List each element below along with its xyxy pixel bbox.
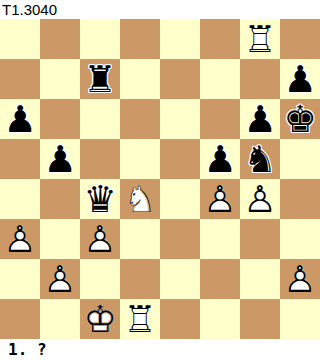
black-pawn-icon: ♟	[280, 59, 320, 99]
square-a6[interactable]: ♟	[0, 99, 40, 139]
diagram-title: T1.3040	[0, 0, 57, 19]
black-knight[interactable]: ♞	[240, 139, 280, 179]
square-d1[interactable]: ♜♖	[120, 299, 160, 339]
white-pawn-icon: ♙	[0, 219, 40, 259]
black-rook-icon: ♜	[80, 59, 120, 99]
square-h6[interactable]: ♚	[280, 99, 320, 139]
square-h7[interactable]: ♟	[280, 59, 320, 99]
white-rook[interactable]: ♜♖	[120, 299, 160, 339]
square-f2[interactable]	[200, 259, 240, 299]
square-d7[interactable]	[120, 59, 160, 99]
title-bar: T1.3040	[0, 0, 320, 19]
square-e8[interactable]	[160, 19, 200, 59]
white-pawn[interactable]: ♟♙	[200, 179, 240, 219]
square-g5[interactable]: ♞	[240, 139, 280, 179]
square-c4[interactable]: ♛	[80, 179, 120, 219]
white-pawn[interactable]: ♟♙	[0, 219, 40, 259]
square-f1[interactable]	[200, 299, 240, 339]
square-h3[interactable]	[280, 219, 320, 259]
square-e6[interactable]	[160, 99, 200, 139]
square-b5[interactable]: ♟	[40, 139, 80, 179]
square-a5[interactable]	[0, 139, 40, 179]
square-d3[interactable]	[120, 219, 160, 259]
square-b8[interactable]	[40, 19, 80, 59]
square-d6[interactable]	[120, 99, 160, 139]
black-queen[interactable]: ♛	[80, 179, 120, 219]
square-e3[interactable]	[160, 219, 200, 259]
square-g3[interactable]	[240, 219, 280, 259]
square-b4[interactable]	[40, 179, 80, 219]
square-e4[interactable]	[160, 179, 200, 219]
square-c5[interactable]	[80, 139, 120, 179]
square-h5[interactable]	[280, 139, 320, 179]
square-c1[interactable]: ♚♔	[80, 299, 120, 339]
black-pawn-icon: ♟	[0, 99, 40, 139]
square-g7[interactable]	[240, 59, 280, 99]
white-pawn-icon: ♙	[240, 179, 280, 219]
square-e2[interactable]	[160, 259, 200, 299]
white-pawn-icon: ♙	[280, 259, 320, 299]
square-d2[interactable]	[120, 259, 160, 299]
square-b1[interactable]	[40, 299, 80, 339]
white-rook[interactable]: ♜♖	[240, 19, 280, 59]
square-h1[interactable]	[280, 299, 320, 339]
square-a3[interactable]: ♟♙	[0, 219, 40, 259]
square-f3[interactable]	[200, 219, 240, 259]
square-a8[interactable]	[0, 19, 40, 59]
square-h2[interactable]: ♟♙	[280, 259, 320, 299]
square-c3[interactable]: ♟♙	[80, 219, 120, 259]
square-b3[interactable]	[40, 219, 80, 259]
white-knight[interactable]: ♞♘	[120, 179, 160, 219]
square-f6[interactable]	[200, 99, 240, 139]
square-g6[interactable]: ♟	[240, 99, 280, 139]
black-rook[interactable]: ♜	[80, 59, 120, 99]
white-pawn[interactable]: ♟♙	[40, 259, 80, 299]
square-d8[interactable]	[120, 19, 160, 59]
white-pawn-icon: ♙	[80, 219, 120, 259]
square-g2[interactable]	[240, 259, 280, 299]
square-d5[interactable]	[120, 139, 160, 179]
square-e7[interactable]	[160, 59, 200, 99]
square-b2[interactable]: ♟♙	[40, 259, 80, 299]
white-rook-icon: ♖	[120, 299, 160, 339]
square-f5[interactable]: ♟	[200, 139, 240, 179]
chess-board[interactable]: ♜♖♜♟♟♟♚♟♟♞♛♞♘♟♙♟♙♟♙♟♙♟♙♟♙♚♔♜♖	[0, 19, 320, 339]
black-pawn-icon: ♟	[200, 139, 240, 179]
white-pawn[interactable]: ♟♙	[280, 259, 320, 299]
black-pawn-icon: ♟	[240, 99, 280, 139]
black-pawn[interactable]: ♟	[0, 99, 40, 139]
black-knight-icon: ♞	[240, 139, 280, 179]
square-g1[interactable]	[240, 299, 280, 339]
square-c6[interactable]	[80, 99, 120, 139]
white-pawn-icon: ♙	[200, 179, 240, 219]
square-d4[interactable]: ♞♘	[120, 179, 160, 219]
black-king[interactable]: ♚	[280, 99, 320, 139]
black-pawn[interactable]: ♟	[240, 99, 280, 139]
square-a4[interactable]	[0, 179, 40, 219]
black-king-icon: ♚	[280, 99, 320, 139]
square-g4[interactable]: ♟♙	[240, 179, 280, 219]
white-king[interactable]: ♚♔	[80, 299, 120, 339]
black-pawn[interactable]: ♟	[280, 59, 320, 99]
square-a7[interactable]	[0, 59, 40, 99]
square-g8[interactable]: ♜♖	[240, 19, 280, 59]
square-c7[interactable]: ♜	[80, 59, 120, 99]
chess-diagram-window: T1.3040 ♜♖♜♟♟♟♚♟♟♞♛♞♘♟♙♟♙♟♙♟♙♟♙♟♙♚♔♜♖ 1.…	[0, 0, 320, 360]
white-pawn-icon: ♙	[40, 259, 80, 299]
footer: 1. ?	[0, 339, 320, 360]
square-f8[interactable]	[200, 19, 240, 59]
white-pawn[interactable]: ♟♙	[240, 179, 280, 219]
black-pawn-icon: ♟	[40, 139, 80, 179]
white-pawn[interactable]: ♟♙	[80, 219, 120, 259]
square-e1[interactable]	[160, 299, 200, 339]
square-a1[interactable]	[0, 299, 40, 339]
square-c2[interactable]	[80, 259, 120, 299]
square-f7[interactable]	[200, 59, 240, 99]
square-f4[interactable]: ♟♙	[200, 179, 240, 219]
square-e5[interactable]	[160, 139, 200, 179]
square-c8[interactable]	[80, 19, 120, 59]
white-king-icon: ♔	[80, 299, 120, 339]
square-b7[interactable]	[40, 59, 80, 99]
black-queen-icon: ♛	[80, 179, 120, 219]
white-knight-icon: ♘	[120, 179, 160, 219]
square-b6[interactable]	[40, 99, 80, 139]
square-h4[interactable]	[280, 179, 320, 219]
black-pawn[interactable]: ♟	[40, 139, 80, 179]
white-rook-icon: ♖	[240, 19, 280, 59]
square-h8[interactable]	[280, 19, 320, 59]
move-prompt: 1. ?	[0, 339, 47, 360]
square-a2[interactable]	[0, 259, 40, 299]
black-pawn[interactable]: ♟	[200, 139, 240, 179]
